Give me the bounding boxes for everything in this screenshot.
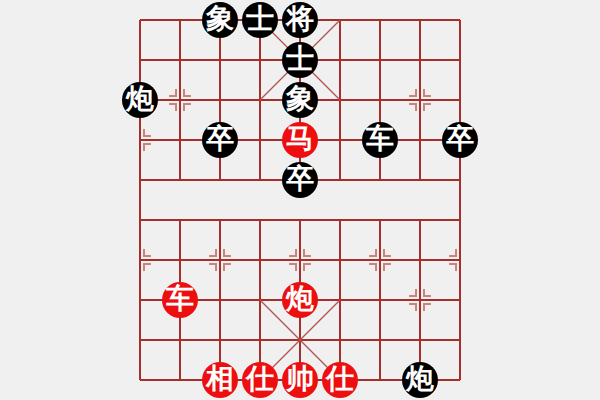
board-point[interactable] (120, 120, 160, 160)
board-point[interactable] (240, 120, 280, 160)
board-point[interactable] (200, 40, 240, 80)
board-point[interactable] (200, 240, 240, 280)
board-point[interactable] (320, 280, 360, 320)
board-point[interactable] (160, 160, 200, 200)
board-point[interactable] (120, 280, 160, 320)
piece-red-elephant[interactable]: 相 (202, 362, 238, 398)
xiangqi-board: 象士将士炮象卒马车卒卒车炮相仕帅仕炮 (0, 0, 600, 400)
board-point[interactable] (440, 40, 480, 80)
board-point[interactable] (400, 0, 440, 40)
piece-black-advisor[interactable]: 士 (282, 42, 318, 78)
board-point[interactable] (360, 360, 400, 400)
board-point[interactable] (280, 240, 320, 280)
board-point[interactable]: 卒 (200, 120, 240, 160)
board-point[interactable] (240, 200, 280, 240)
board-point[interactable]: 炮 (280, 280, 320, 320)
board-point[interactable] (360, 160, 400, 200)
board-point[interactable] (400, 280, 440, 320)
piece-red-advisor[interactable]: 仕 (242, 362, 278, 398)
board-point[interactable] (400, 320, 440, 360)
board-point[interactable] (320, 160, 360, 200)
board-point[interactable] (360, 200, 400, 240)
board-point[interactable]: 卒 (440, 120, 480, 160)
piece-black-advisor[interactable]: 士 (242, 2, 278, 38)
board-point[interactable] (120, 40, 160, 80)
board-point[interactable] (160, 240, 200, 280)
board-point[interactable]: 车 (160, 280, 200, 320)
board-point[interactable] (440, 320, 480, 360)
piece-red-general[interactable]: 帅 (282, 362, 318, 398)
board-point[interactable] (160, 360, 200, 400)
board-point[interactable] (360, 80, 400, 120)
piece-red-horse[interactable]: 马 (282, 122, 318, 158)
piece-red-cannon[interactable]: 炮 (282, 282, 318, 318)
board-point[interactable] (440, 80, 480, 120)
piece-black-elephant[interactable]: 象 (202, 2, 238, 38)
board-point[interactable] (440, 200, 480, 240)
board-point[interactable] (160, 40, 200, 80)
piece-black-chariot[interactable]: 车 (362, 122, 398, 158)
board-point[interactable] (240, 40, 280, 80)
board-point[interactable] (120, 240, 160, 280)
board-point[interactable] (400, 120, 440, 160)
board-point[interactable] (240, 160, 280, 200)
board-intersection-grid: 象士将士炮象卒马车卒卒车炮相仕帅仕炮 (120, 0, 480, 400)
piece-black-cannon[interactable]: 炮 (402, 362, 438, 398)
piece-black-soldier[interactable]: 卒 (282, 162, 318, 198)
board-point[interactable] (160, 80, 200, 120)
board-point[interactable]: 象 (280, 80, 320, 120)
board-point[interactable]: 象 (200, 0, 240, 40)
board-point[interactable] (400, 80, 440, 120)
board-point[interactable]: 士 (280, 40, 320, 80)
piece-black-soldier[interactable]: 卒 (202, 122, 238, 158)
board-point[interactable] (200, 320, 240, 360)
board-point[interactable] (200, 200, 240, 240)
board-point[interactable] (160, 320, 200, 360)
board-point[interactable]: 相 (200, 360, 240, 400)
board-point[interactable] (320, 240, 360, 280)
board-point[interactable] (200, 280, 240, 320)
board-point[interactable] (320, 200, 360, 240)
board-point[interactable] (120, 0, 160, 40)
board-point[interactable] (120, 320, 160, 360)
board-point[interactable] (200, 80, 240, 120)
board-point[interactable] (160, 0, 200, 40)
board-point[interactable]: 仕 (320, 360, 360, 400)
board-point[interactable] (160, 120, 200, 160)
board-point[interactable]: 车 (360, 120, 400, 160)
board-point[interactable] (360, 0, 400, 40)
board-point[interactable] (360, 280, 400, 320)
board-point[interactable]: 炮 (120, 80, 160, 120)
board-point[interactable] (120, 360, 160, 400)
board-point[interactable] (240, 240, 280, 280)
board-point[interactable] (400, 240, 440, 280)
board-point[interactable] (360, 40, 400, 80)
board-point[interactable] (440, 160, 480, 200)
board-point[interactable]: 仕 (240, 360, 280, 400)
board-point[interactable]: 士 (240, 0, 280, 40)
board-point[interactable] (240, 80, 280, 120)
board-point[interactable] (320, 0, 360, 40)
piece-red-chariot[interactable]: 车 (162, 282, 198, 318)
board-point[interactable] (320, 120, 360, 160)
board-point[interactable] (400, 200, 440, 240)
board-point[interactable] (240, 320, 280, 360)
board-point[interactable] (320, 320, 360, 360)
board-point[interactable] (280, 320, 320, 360)
board-point[interactable]: 马 (280, 120, 320, 160)
board-point[interactable]: 炮 (400, 360, 440, 400)
piece-black-elephant[interactable]: 象 (282, 82, 318, 118)
board-point[interactable] (360, 240, 400, 280)
board-point[interactable]: 将 (280, 0, 320, 40)
board-point[interactable]: 卒 (280, 160, 320, 200)
piece-red-advisor[interactable]: 仕 (322, 362, 358, 398)
piece-black-soldier[interactable]: 卒 (442, 122, 478, 158)
board-point[interactable] (440, 360, 480, 400)
piece-black-cannon[interactable]: 炮 (122, 82, 158, 118)
board-point[interactable] (440, 0, 480, 40)
piece-black-general[interactable]: 将 (282, 2, 318, 38)
board-point[interactable] (240, 280, 280, 320)
board-point[interactable] (200, 160, 240, 200)
board-point[interactable] (400, 40, 440, 80)
board-point[interactable] (320, 40, 360, 80)
board-point[interactable]: 帅 (280, 360, 320, 400)
board-point[interactable] (160, 200, 200, 240)
board-point[interactable] (120, 160, 160, 200)
board-point[interactable] (360, 320, 400, 360)
board-point[interactable] (400, 160, 440, 200)
board-point[interactable] (280, 200, 320, 240)
board-point[interactable] (440, 280, 480, 320)
board-point[interactable] (440, 240, 480, 280)
board-point[interactable] (120, 200, 160, 240)
board-point[interactable] (320, 80, 360, 120)
